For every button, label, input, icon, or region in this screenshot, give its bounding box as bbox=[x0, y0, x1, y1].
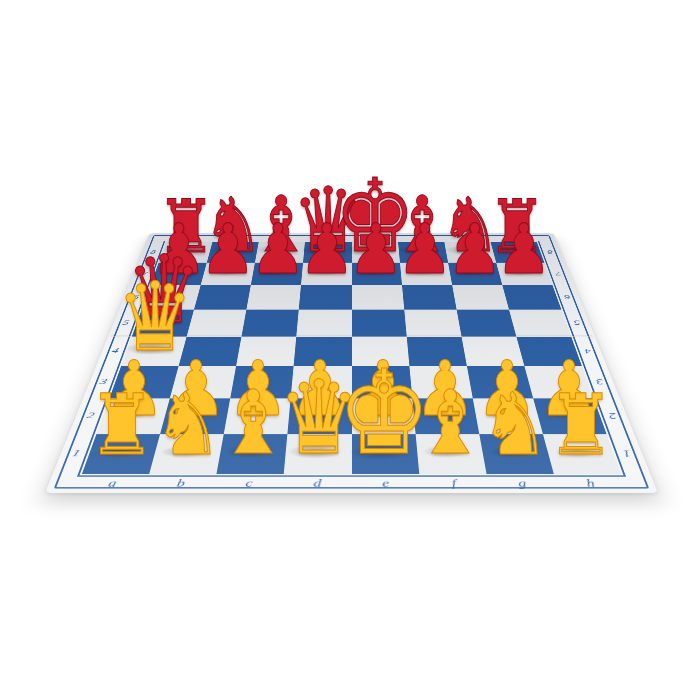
red-pawn-f7[interactable]: ♟ bbox=[397, 215, 453, 284]
red-pawn-e7[interactable]: ♟ bbox=[348, 215, 404, 284]
red-pawn-h7[interactable]: ♟ bbox=[496, 215, 552, 284]
yellow-bishop-f1[interactable]: ♝ bbox=[414, 379, 485, 467]
red-pawn-c7[interactable]: ♟ bbox=[250, 215, 306, 284]
yellow-rook-h1[interactable]: ♜ bbox=[547, 382, 615, 466]
product-photo-stage: abcdefgh abcdefgh 87654321 87654321 ♜♞♝♛… bbox=[0, 0, 700, 700]
yellow-rook-a1[interactable]: ♜ bbox=[88, 382, 156, 466]
yellow-knight-g1[interactable]: ♞ bbox=[481, 381, 550, 467]
pieces-layer: ♜♞♝♛♚♝♞♜♟♟♟♟♟♟♟♟♛♛♟♟♟♟♟♟♟♟♜♞♝♛♚♝♞♜ bbox=[0, 0, 700, 700]
yellow-knight-b1[interactable]: ♞ bbox=[153, 381, 222, 467]
red-pawn-d7[interactable]: ♟ bbox=[299, 215, 355, 284]
red-pawn-g7[interactable]: ♟ bbox=[447, 215, 503, 284]
red-pawn-b7[interactable]: ♟ bbox=[201, 215, 257, 284]
